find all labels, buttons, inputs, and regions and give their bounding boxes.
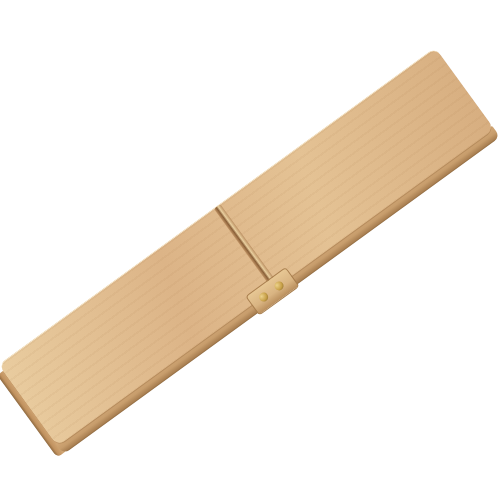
hinge-screw-icon	[257, 291, 270, 304]
mancala-board	[0, 44, 500, 469]
product-photo-scene	[0, 0, 500, 500]
hinge-screw-icon	[273, 280, 286, 293]
board-top	[0, 47, 494, 446]
